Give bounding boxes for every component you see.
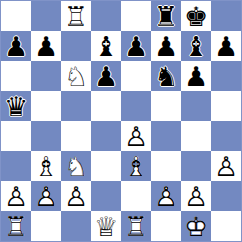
square-a1[interactable]: ♜♖ xyxy=(1,211,31,241)
square-b2[interactable]: ♟♙ xyxy=(31,181,61,211)
black-king-g8: ♚ xyxy=(181,1,211,31)
black-piece-glyph: ♟ xyxy=(31,31,61,61)
white-piece-glyph: ♜ xyxy=(121,211,151,241)
black-pawn-b7: ♟ xyxy=(31,31,61,61)
white-piece-outline-glyph: ♗ xyxy=(31,151,61,181)
white-pawn-g2: ♟♙ xyxy=(181,181,211,211)
white-piece-outline-glyph: ♙ xyxy=(151,181,181,211)
chess-board: ♜♖♜♚♟♟♝♟♟♝♟♞♘♟♞♟♛♟♙♝♗♞♘♝♗♟♙♟♙♟♙♟♙♟♙♟♙♜♖♛… xyxy=(0,0,242,242)
square-e3[interactable]: ♝♗ xyxy=(121,151,151,181)
black-pawn-g6: ♟ xyxy=(181,61,211,91)
square-a6[interactable] xyxy=(1,61,31,91)
square-c4[interactable] xyxy=(61,121,91,151)
white-piece-outline-glyph: ♙ xyxy=(61,181,91,211)
white-piece-outline-glyph: ♙ xyxy=(181,181,211,211)
black-piece-glyph: ♝ xyxy=(181,31,211,61)
white-rook-e1: ♜♖ xyxy=(121,211,151,241)
white-piece-outline-glyph: ♙ xyxy=(1,181,31,211)
square-a4[interactable] xyxy=(1,121,31,151)
square-b3[interactable]: ♝♗ xyxy=(31,151,61,181)
white-piece-outline-glyph: ♘ xyxy=(61,151,91,181)
black-piece-glyph: ♟ xyxy=(1,31,31,61)
square-h6[interactable] xyxy=(211,61,241,91)
white-piece-glyph: ♝ xyxy=(121,151,151,181)
black-piece-glyph: ♛ xyxy=(1,91,31,121)
white-piece-outline-glyph: ♙ xyxy=(211,151,241,181)
black-piece-glyph: ♟ xyxy=(91,61,121,91)
black-pawn-h7: ♟ xyxy=(211,31,241,61)
square-f7[interactable]: ♟ xyxy=(151,31,181,61)
square-b5[interactable] xyxy=(31,91,61,121)
square-c6[interactable]: ♞♘ xyxy=(61,61,91,91)
white-pawn-e4: ♟♙ xyxy=(121,121,151,151)
white-piece-glyph: ♝ xyxy=(31,151,61,181)
black-piece-glyph: ♟ xyxy=(151,31,181,61)
black-piece-glyph: ♞ xyxy=(151,61,181,91)
square-d7[interactable]: ♝ xyxy=(91,31,121,61)
white-piece-glyph: ♚ xyxy=(181,211,211,241)
square-b8[interactable] xyxy=(31,1,61,31)
black-bishop-d7: ♝ xyxy=(91,31,121,61)
square-e1[interactable]: ♜♖ xyxy=(121,211,151,241)
square-g1[interactable]: ♚♔ xyxy=(181,211,211,241)
square-d2[interactable] xyxy=(91,181,121,211)
square-g6[interactable]: ♟ xyxy=(181,61,211,91)
white-piece-outline-glyph: ♔ xyxy=(181,211,211,241)
white-knight-c3: ♞♘ xyxy=(61,151,91,181)
white-piece-glyph: ♟ xyxy=(121,121,151,151)
white-pawn-c2: ♟♙ xyxy=(61,181,91,211)
white-piece-outline-glyph: ♕ xyxy=(91,211,121,241)
square-f3[interactable] xyxy=(151,151,181,181)
square-g5[interactable] xyxy=(181,91,211,121)
square-b1[interactable] xyxy=(31,211,61,241)
square-g8[interactable]: ♚ xyxy=(181,1,211,31)
white-pawn-b2: ♟♙ xyxy=(31,181,61,211)
white-bishop-b3: ♝♗ xyxy=(31,151,61,181)
square-b7[interactable]: ♟ xyxy=(31,31,61,61)
square-c2[interactable]: ♟♙ xyxy=(61,181,91,211)
white-piece-glyph: ♛ xyxy=(91,211,121,241)
square-e6[interactable] xyxy=(121,61,151,91)
black-piece-glyph: ♟ xyxy=(181,61,211,91)
square-d4[interactable] xyxy=(91,121,121,151)
black-pawn-a7: ♟ xyxy=(1,31,31,61)
white-piece-outline-glyph: ♗ xyxy=(121,151,151,181)
square-c3[interactable]: ♞♘ xyxy=(61,151,91,181)
square-e8[interactable] xyxy=(121,1,151,31)
white-piece-glyph: ♟ xyxy=(61,181,91,211)
black-pawn-d6: ♟ xyxy=(91,61,121,91)
square-f2[interactable]: ♟♙ xyxy=(151,181,181,211)
square-c1[interactable] xyxy=(61,211,91,241)
square-c7[interactable] xyxy=(61,31,91,61)
square-e2[interactable] xyxy=(121,181,151,211)
square-g7[interactable]: ♝ xyxy=(181,31,211,61)
square-e5[interactable] xyxy=(121,91,151,121)
square-a5[interactable]: ♛ xyxy=(1,91,31,121)
white-piece-outline-glyph: ♘ xyxy=(61,61,91,91)
white-bishop-e3: ♝♗ xyxy=(121,151,151,181)
white-piece-glyph: ♟ xyxy=(211,151,241,181)
white-knight-c6: ♞♘ xyxy=(61,61,91,91)
square-c5[interactable] xyxy=(61,91,91,121)
square-b6[interactable] xyxy=(31,61,61,91)
white-piece-glyph: ♜ xyxy=(1,211,31,241)
square-f1[interactable] xyxy=(151,211,181,241)
square-h8[interactable] xyxy=(211,1,241,31)
square-f5[interactable] xyxy=(151,91,181,121)
black-piece-glyph: ♟ xyxy=(121,31,151,61)
white-piece-outline-glyph: ♖ xyxy=(61,1,91,31)
white-piece-outline-glyph: ♙ xyxy=(121,121,151,151)
black-pawn-f7: ♟ xyxy=(151,31,181,61)
black-knight-f6: ♞ xyxy=(151,61,181,91)
black-piece-glyph: ♟ xyxy=(211,31,241,61)
black-piece-glyph: ♚ xyxy=(181,1,211,31)
square-e4[interactable]: ♟♙ xyxy=(121,121,151,151)
white-piece-outline-glyph: ♖ xyxy=(121,211,151,241)
square-h1[interactable] xyxy=(211,211,241,241)
square-f6[interactable]: ♞ xyxy=(151,61,181,91)
square-h4[interactable] xyxy=(211,121,241,151)
square-g4[interactable] xyxy=(181,121,211,151)
white-piece-glyph: ♟ xyxy=(31,181,61,211)
white-piece-glyph: ♟ xyxy=(1,181,31,211)
square-b4[interactable] xyxy=(31,121,61,151)
black-piece-glyph: ♜ xyxy=(151,1,181,31)
black-piece-glyph: ♝ xyxy=(91,31,121,61)
white-piece-outline-glyph: ♖ xyxy=(1,211,31,241)
black-queen-a5: ♛ xyxy=(1,91,31,121)
square-d3[interactable] xyxy=(91,151,121,181)
square-f8[interactable]: ♜ xyxy=(151,1,181,31)
white-piece-glyph: ♟ xyxy=(181,181,211,211)
square-g2[interactable]: ♟♙ xyxy=(181,181,211,211)
white-piece-glyph: ♜ xyxy=(61,1,91,31)
square-h5[interactable] xyxy=(211,91,241,121)
square-a8[interactable] xyxy=(1,1,31,31)
white-piece-glyph: ♞ xyxy=(61,151,91,181)
white-rook-a1: ♜♖ xyxy=(1,211,31,241)
square-e7[interactable]: ♟ xyxy=(121,31,151,61)
white-piece-glyph: ♞ xyxy=(61,61,91,91)
black-rook-f8: ♜ xyxy=(151,1,181,31)
square-a2[interactable]: ♟♙ xyxy=(1,181,31,211)
square-c8[interactable]: ♜♖ xyxy=(61,1,91,31)
square-f4[interactable] xyxy=(151,121,181,151)
white-queen-d1: ♛♕ xyxy=(91,211,121,241)
white-pawn-a2: ♟♙ xyxy=(1,181,31,211)
white-pawn-h3: ♟♙ xyxy=(211,151,241,181)
square-d8[interactable] xyxy=(91,1,121,31)
white-piece-glyph: ♟ xyxy=(151,181,181,211)
square-h7[interactable]: ♟ xyxy=(211,31,241,61)
square-g3[interactable] xyxy=(181,151,211,181)
square-a7[interactable]: ♟ xyxy=(1,31,31,61)
black-bishop-g7: ♝ xyxy=(181,31,211,61)
white-king-g1: ♚♔ xyxy=(181,211,211,241)
white-rook-c8: ♜♖ xyxy=(61,1,91,31)
black-pawn-e7: ♟ xyxy=(121,31,151,61)
square-d5[interactable] xyxy=(91,91,121,121)
white-piece-outline-glyph: ♙ xyxy=(31,181,61,211)
square-h3[interactable]: ♟♙ xyxy=(211,151,241,181)
square-a3[interactable] xyxy=(1,151,31,181)
white-pawn-f2: ♟♙ xyxy=(151,181,181,211)
square-d6[interactable]: ♟ xyxy=(91,61,121,91)
square-h2[interactable] xyxy=(211,181,241,211)
square-d1[interactable]: ♛♕ xyxy=(91,211,121,241)
